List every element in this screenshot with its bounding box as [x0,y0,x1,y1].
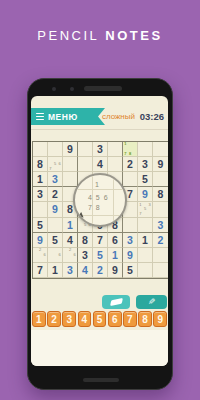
cell-r1c4[interactable] [78,142,93,157]
number-button-4[interactable]: 4 [78,311,92,327]
cell-r2c4[interactable] [78,157,93,172]
cell-r8c5[interactable]: 5 [93,248,108,263]
number-button-7[interactable]: 7 [123,311,137,327]
lens-note-row3: 7 8 [88,204,101,211]
number-button-1[interactable]: 1 [32,311,46,327]
phone-frame: МЕНЮ сложный 03:26 931788567423913532798… [27,78,173,390]
cell-r2c3[interactable] [63,157,78,172]
cell-r7c3[interactable]: 4 [63,233,78,248]
cell-r5c1[interactable] [33,202,48,217]
cell-r3c8[interactable]: 5 [138,172,153,187]
difficulty-label: сложный [102,112,135,121]
page-title: PENCIL NOTES [0,0,200,70]
cell-r9c5[interactable]: 2 [93,263,108,278]
lens-note-row1: 1 [95,181,99,188]
pencil-button[interactable]: ✎ [136,295,167,309]
number-button-5[interactable]: 5 [93,311,107,327]
cell-r2c7[interactable]: 2 [123,157,138,172]
cell-r3c3[interactable] [63,172,78,187]
cell-r8c8[interactable] [138,248,153,263]
cell-r9c4[interactable]: 4 [78,263,93,278]
cell-r4c8[interactable]: 9 [138,187,153,202]
magnifier-lens: 1 4 5 6 7 8 [73,173,127,227]
cell-r6c3[interactable]: 1 [63,218,78,233]
cell-r7c4[interactable]: 8 [78,233,93,248]
cell-r1c8[interactable] [138,142,153,157]
cell-r7c7[interactable]: 3 [123,233,138,248]
cell-r1c3[interactable]: 9 [63,142,78,157]
lens-note-row2: 4 5 6 [88,194,109,201]
cell-r6c8[interactable] [138,218,153,233]
cell-r7c6[interactable]: 6 [108,233,123,248]
cell-r7c2[interactable]: 5 [48,233,63,248]
cell-r2c8[interactable]: 3 [138,157,153,172]
app-header: МЕНЮ сложный 03:26 [31,96,168,130]
number-button-2[interactable]: 2 [47,311,61,327]
cell-r8c2[interactable]: 6 [48,248,63,263]
title-word-pencil: PENCIL [37,28,99,43]
cell-r7c9[interactable]: 2 [153,233,168,248]
cell-r3c7[interactable] [123,172,138,187]
cell-r8c1[interactable]: 26 [33,248,48,263]
camera-dot-icon [70,87,74,91]
cell-r9c3[interactable]: 3 [63,263,78,278]
cell-r8c3[interactable]: 26 [63,248,78,263]
cell-r6c9[interactable]: 3 [153,218,168,233]
cell-r6c2[interactable] [48,218,63,233]
menu-label: МЕНЮ [48,112,78,122]
cell-r1c9[interactable] [153,142,168,157]
cell-r9c8[interactable] [138,263,153,278]
camera-dot-icon [52,87,56,91]
cell-r9c1[interactable]: 7 [33,263,48,278]
cell-r4c1[interactable]: 3 [33,187,48,202]
app-screen: МЕНЮ сложный 03:26 931788567423913532798… [31,96,168,366]
number-button-8[interactable]: 8 [138,311,152,327]
cell-r8c4[interactable]: 3 [78,248,93,263]
cell-r2c1[interactable]: 8 [33,157,48,172]
cell-r2c9[interactable]: 9 [153,157,168,172]
eraser-button[interactable] [102,295,130,309]
lens-gridline [75,189,125,190]
cell-r7c5[interactable]: 7 [93,233,108,248]
cell-r6c1[interactable]: 5 [33,218,48,233]
cell-r1c6[interactable] [108,142,123,157]
cell-r7c8[interactable]: 1 [138,233,153,248]
cell-r1c5[interactable]: 3 [93,142,108,157]
cell-r2c6[interactable] [108,157,123,172]
bottom-panel [31,330,168,366]
cell-r8c7[interactable]: 9 [123,248,138,263]
pencil-icon: ✎ [148,298,156,307]
cell-r3c1[interactable]: 1 [33,172,48,187]
number-button-3[interactable]: 3 [62,311,76,327]
speaker-grill [84,86,122,91]
cell-r4c2[interactable]: 2 [48,187,63,202]
cell-r3c2[interactable]: 3 [48,172,63,187]
number-pad: 123456789 [32,311,167,327]
lens-gridline [113,175,114,225]
cell-r6c7[interactable] [123,218,138,233]
cell-r2c5[interactable]: 4 [93,157,108,172]
eraser-icon [110,298,123,306]
cell-r1c1[interactable] [33,142,48,157]
hamburger-icon [36,113,44,121]
cell-r5c9[interactable] [153,202,168,217]
title-word-notes: NOTES [105,28,162,43]
cell-r9c7[interactable]: 5 [123,263,138,278]
cell-r4c9[interactable]: 8 [153,187,168,202]
cell-r3c9[interactable] [153,172,168,187]
number-button-9[interactable]: 9 [153,311,167,327]
cell-r8c6[interactable]: 1 [108,248,123,263]
cell-r5c2[interactable]: 9 [48,202,63,217]
cell-r9c2[interactable]: 1 [48,263,63,278]
cell-r7c1[interactable]: 9 [33,233,48,248]
cell-r2c2[interactable]: 567 [48,157,63,172]
cell-r9c6[interactable]: 9 [108,263,123,278]
cell-r5c8[interactable]: 1357 [138,202,153,217]
cell-r9c9[interactable] [153,263,168,278]
home-indicator[interactable] [83,378,119,382]
timer-value: 03:26 [140,111,164,122]
cell-r1c2[interactable] [48,142,63,157]
cell-r1c7[interactable]: 178 [123,142,138,157]
cell-r8c9[interactable] [153,248,168,263]
menu-button[interactable]: МЕНЮ [31,108,105,125]
number-button-6[interactable]: 6 [108,311,122,327]
